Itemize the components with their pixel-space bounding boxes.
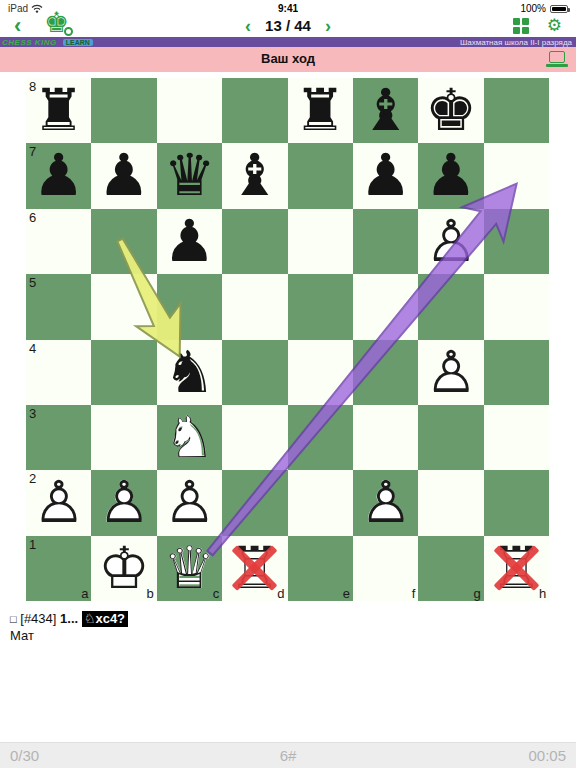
prompt-bar: Ваш ход (0, 47, 576, 72)
elapsed-time: 00:05 (528, 747, 566, 764)
piece-white-pawn[interactable]: ♟♙ (418, 209, 483, 274)
piece-black-pawn[interactable]: ♟ (418, 143, 483, 208)
result-label: Мат (10, 628, 34, 643)
square-h7[interactable] (484, 143, 549, 208)
square-a2[interactable]: 2♟♙ (26, 470, 91, 535)
square-c7[interactable]: ♛ (157, 143, 222, 208)
task-label: 6# (0, 747, 576, 764)
square-d3[interactable] (222, 405, 287, 470)
square-e5[interactable] (288, 274, 353, 339)
square-a6[interactable]: 6 (26, 209, 91, 274)
rank-label-1: 1 (29, 537, 36, 552)
rank-label-8: 8 (29, 79, 36, 94)
square-c3[interactable]: ♞♘ (157, 405, 222, 470)
puzzle-id: [#434] (20, 611, 56, 626)
square-a5[interactable]: 5 (26, 274, 91, 339)
battery-percent: 100% (520, 3, 546, 14)
piece-black-king[interactable]: ♚ (418, 78, 483, 143)
square-b6[interactable] (91, 209, 156, 274)
rank-label-5: 5 (29, 275, 36, 290)
square-h6[interactable] (484, 209, 549, 274)
played-move-chip[interactable]: ♘xc4? (82, 611, 128, 627)
move-annotation: □ [#434] 1... ♘xc4? (10, 610, 128, 628)
square-a8[interactable]: 8♜ (26, 78, 91, 143)
square-g7[interactable]: ♟ (418, 143, 483, 208)
square-g6[interactable]: ♟♙ (418, 209, 483, 274)
course-title: Шахматная школа II-I разряда (460, 38, 572, 47)
square-d8[interactable] (222, 78, 287, 143)
piece-black-pawn[interactable]: ♟ (157, 209, 222, 274)
rank-label-2: 2 (29, 471, 36, 486)
square-e7[interactable] (288, 143, 353, 208)
square-c6[interactable]: ♟ (157, 209, 222, 274)
learn-badge: LEARN (63, 39, 93, 46)
square-a7[interactable]: 7♟ (26, 143, 91, 208)
piece-white-pawn[interactable]: ♟♙ (91, 470, 156, 535)
file-label-g: g (474, 586, 481, 601)
square-f7[interactable]: ♟ (353, 143, 418, 208)
brand-bar: CHESS KING LEARN Шахматная школа II-I ра… (0, 37, 576, 47)
square-e4[interactable] (288, 340, 353, 405)
square-d1[interactable]: d♜♖ (222, 536, 287, 601)
square-h5[interactable] (484, 274, 549, 339)
square-f6[interactable] (353, 209, 418, 274)
score-counter: 0/30 (10, 747, 39, 764)
grid-view-icon[interactable] (513, 18, 529, 34)
square-h2[interactable] (484, 470, 549, 535)
move-number: 1... (60, 611, 78, 626)
piece-black-knight[interactable]: ♞ (157, 340, 222, 405)
square-b5[interactable] (91, 274, 156, 339)
prev-lesson-button[interactable]: ‹ (245, 18, 251, 34)
square-h1[interactable]: h♜♖ (484, 536, 549, 601)
file-label-d: d (277, 586, 284, 601)
rank-label-4: 4 (29, 341, 36, 356)
piece-black-rook[interactable]: ♜ (288, 78, 353, 143)
piece-white-pawn[interactable]: ♟♙ (353, 470, 418, 535)
square-c2[interactable]: ♟♙ (157, 470, 222, 535)
file-label-f: f (412, 586, 416, 601)
square-c1[interactable]: c♛♕ (157, 536, 222, 601)
square-a4[interactable]: 4 (26, 340, 91, 405)
file-label-e: e (343, 586, 350, 601)
square-f4[interactable] (353, 340, 418, 405)
square-b3[interactable] (91, 405, 156, 470)
square-g3[interactable] (418, 405, 483, 470)
piece-black-pawn[interactable]: ♟ (353, 143, 418, 208)
piece-white-pawn[interactable]: ♟♙ (418, 340, 483, 405)
square-c5[interactable] (157, 274, 222, 339)
piece-black-bishop[interactable]: ♝ (353, 78, 418, 143)
settings-gear-icon[interactable]: ⚙ (547, 18, 562, 34)
square-b1[interactable]: b♚♔ (91, 536, 156, 601)
square-d5[interactable] (222, 274, 287, 339)
rank-label-7: 7 (29, 144, 36, 159)
status-bar: iPad 9:41 100% (0, 0, 576, 15)
chess-board: 8♜♜♝♚7♟♟♛♝♟♟6♟♟♙54♞♟♙3♞♘2♟♙♟♙♟♙♟♙1ab♚♔c♛… (26, 78, 550, 602)
file-label-c: c (213, 586, 220, 601)
battery-icon (550, 5, 568, 13)
piece-black-queen[interactable]: ♛ (157, 143, 222, 208)
footer-bar: 0/30 6# 00:05 (0, 742, 576, 768)
square-f2[interactable]: ♟♙ (353, 470, 418, 535)
square-e2[interactable] (288, 470, 353, 535)
next-lesson-button[interactable]: › (325, 18, 331, 34)
square-a1[interactable]: 1a (26, 536, 91, 601)
clock: 9:41 (0, 3, 576, 14)
file-label-b: b (147, 586, 154, 601)
computer-analysis-icon[interactable] (546, 51, 568, 67)
your-move-label: Ваш ход (0, 51, 576, 66)
square-h8[interactable] (484, 78, 549, 143)
square-e6[interactable] (288, 209, 353, 274)
square-b2[interactable]: ♟♙ (91, 470, 156, 535)
square-d4[interactable] (222, 340, 287, 405)
nav-bar: ‹ ♚ ‹ 13 / 44 › ⚙ (0, 15, 576, 37)
square-d6[interactable] (222, 209, 287, 274)
piece-white-pawn[interactable]: ♟♙ (157, 470, 222, 535)
side-to-move-symbol: □ (10, 613, 17, 625)
square-g4[interactable]: ♟♙ (418, 340, 483, 405)
square-g2[interactable] (418, 470, 483, 535)
lesson-counter: 13 / 44 (265, 17, 311, 34)
piece-black-bishop[interactable]: ♝ (222, 143, 287, 208)
square-d2[interactable] (222, 470, 287, 535)
square-f8[interactable]: ♝ (353, 78, 418, 143)
square-g5[interactable] (418, 274, 483, 339)
square-a3[interactable]: 3 (26, 405, 91, 470)
square-h4[interactable] (484, 340, 549, 405)
square-f1[interactable]: f (353, 536, 418, 601)
square-f5[interactable] (353, 274, 418, 339)
square-c8[interactable] (157, 78, 222, 143)
square-d7[interactable]: ♝ (222, 143, 287, 208)
square-e8[interactable]: ♜ (288, 78, 353, 143)
square-b4[interactable] (91, 340, 156, 405)
square-e3[interactable] (288, 405, 353, 470)
square-g8[interactable]: ♚ (418, 78, 483, 143)
rank-label-6: 6 (29, 210, 36, 225)
file-label-a: a (81, 586, 88, 601)
square-h3[interactable] (484, 405, 549, 470)
piece-white-knight[interactable]: ♞♘ (157, 405, 222, 470)
square-b8[interactable] (91, 78, 156, 143)
chess-king-wordmark: CHESS KING (2, 38, 57, 47)
square-g1[interactable]: g (418, 536, 483, 601)
file-label-h: h (539, 586, 546, 601)
piece-black-pawn[interactable]: ♟ (91, 143, 156, 208)
rank-label-3: 3 (29, 406, 36, 421)
square-c4[interactable]: ♞ (157, 340, 222, 405)
square-e1[interactable]: e (288, 536, 353, 601)
square-b7[interactable]: ♟ (91, 143, 156, 208)
square-f3[interactable] (353, 405, 418, 470)
